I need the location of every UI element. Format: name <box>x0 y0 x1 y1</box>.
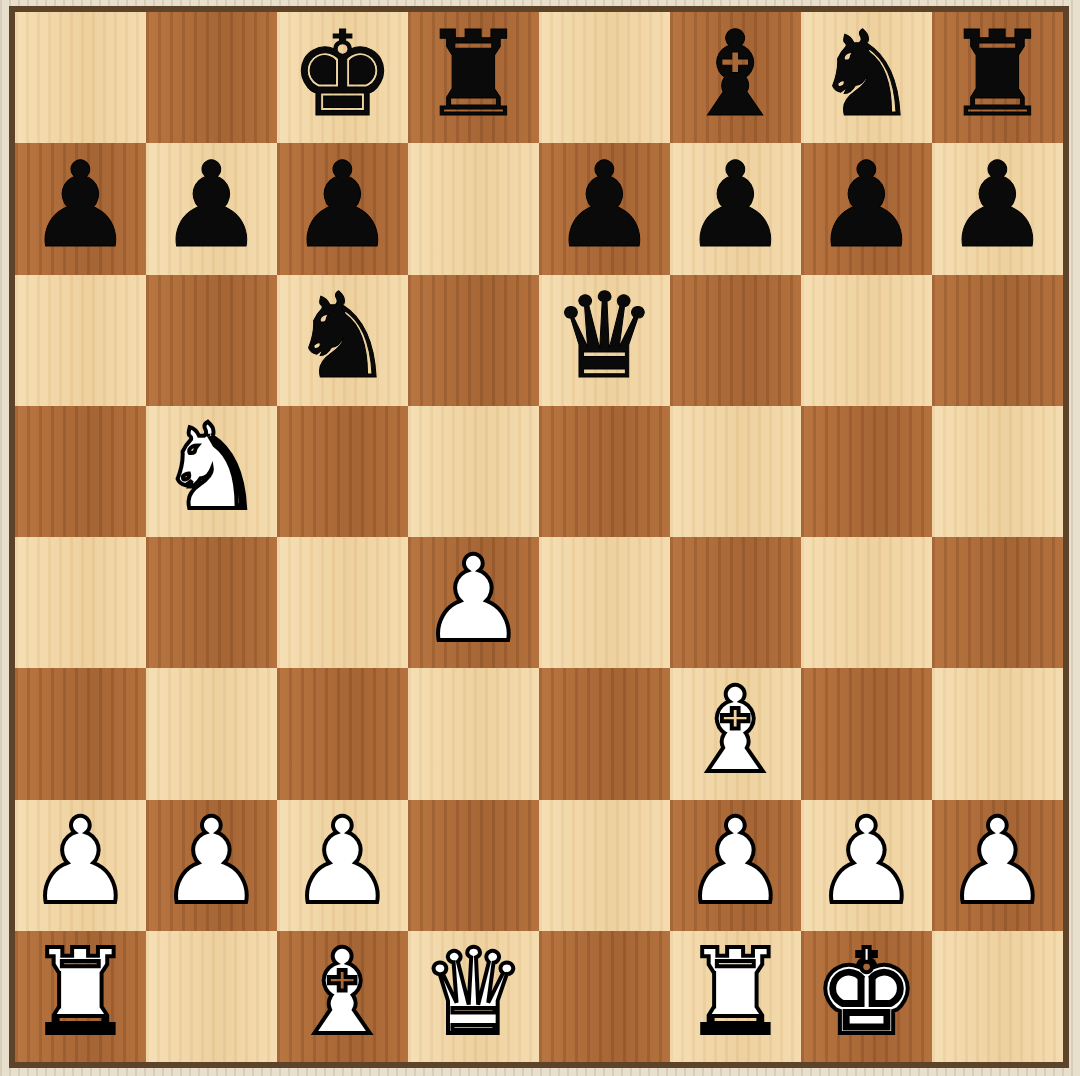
square-g5[interactable] <box>801 406 932 537</box>
square-b3[interactable] <box>146 668 277 799</box>
square-f1[interactable]: ♜ <box>670 931 801 1062</box>
square-e5[interactable] <box>539 406 670 537</box>
square-c1[interactable]: ♝ <box>277 931 408 1062</box>
square-b2[interactable]: ♟ <box>146 800 277 931</box>
square-f5[interactable] <box>670 406 801 537</box>
piece-white-rook[interactable]: ♜ <box>683 933 789 1051</box>
piece-black-rook[interactable]: ♜ <box>421 15 527 133</box>
piece-white-pawn[interactable]: ♟ <box>28 802 134 920</box>
chess-board: ♚♜♝♞♜♟♟♟♟♟♟♟♞♛♞♟♝♟♟♟♟♟♟♜♝♛♜♚ <box>15 12 1063 1062</box>
square-b8[interactable] <box>146 12 277 143</box>
square-h6[interactable] <box>932 275 1063 406</box>
square-d2[interactable] <box>408 800 539 931</box>
square-a2[interactable]: ♟ <box>15 800 146 931</box>
square-h7[interactable]: ♟ <box>932 143 1063 274</box>
square-h1[interactable] <box>932 931 1063 1062</box>
piece-black-pawn[interactable]: ♟ <box>552 146 658 264</box>
square-f3[interactable]: ♝ <box>670 668 801 799</box>
square-b6[interactable] <box>146 275 277 406</box>
square-d3[interactable] <box>408 668 539 799</box>
square-c6[interactable]: ♞ <box>277 275 408 406</box>
square-g4[interactable] <box>801 537 932 668</box>
square-g3[interactable] <box>801 668 932 799</box>
square-f2[interactable]: ♟ <box>670 800 801 931</box>
square-e6[interactable]: ♛ <box>539 275 670 406</box>
square-c3[interactable] <box>277 668 408 799</box>
square-c4[interactable] <box>277 537 408 668</box>
square-b4[interactable] <box>146 537 277 668</box>
piece-white-pawn[interactable]: ♟ <box>945 802 1051 920</box>
piece-white-bishop[interactable]: ♝ <box>683 671 789 789</box>
square-h8[interactable]: ♜ <box>932 12 1063 143</box>
piece-black-rook[interactable]: ♜ <box>945 15 1051 133</box>
square-e2[interactable] <box>539 800 670 931</box>
square-h5[interactable] <box>932 406 1063 537</box>
square-d6[interactable] <box>408 275 539 406</box>
piece-black-pawn[interactable]: ♟ <box>945 146 1051 264</box>
square-h3[interactable] <box>932 668 1063 799</box>
square-a5[interactable] <box>15 406 146 537</box>
piece-black-bishop[interactable]: ♝ <box>683 15 789 133</box>
square-e1[interactable] <box>539 931 670 1062</box>
piece-white-pawn[interactable]: ♟ <box>814 802 920 920</box>
piece-white-pawn[interactable]: ♟ <box>159 802 265 920</box>
square-a1[interactable]: ♜ <box>15 931 146 1062</box>
square-f4[interactable] <box>670 537 801 668</box>
square-c2[interactable]: ♟ <box>277 800 408 931</box>
square-b5[interactable]: ♞ <box>146 406 277 537</box>
piece-white-pawn[interactable]: ♟ <box>290 802 396 920</box>
square-e7[interactable]: ♟ <box>539 143 670 274</box>
square-g2[interactable]: ♟ <box>801 800 932 931</box>
piece-black-pawn[interactable]: ♟ <box>683 146 789 264</box>
piece-black-queen[interactable]: ♛ <box>552 277 658 395</box>
square-c7[interactable]: ♟ <box>277 143 408 274</box>
square-a3[interactable] <box>15 668 146 799</box>
piece-white-rook[interactable]: ♜ <box>28 933 134 1051</box>
square-e3[interactable] <box>539 668 670 799</box>
square-c5[interactable] <box>277 406 408 537</box>
piece-black-pawn[interactable]: ♟ <box>814 146 920 264</box>
piece-white-knight[interactable]: ♞ <box>159 408 265 526</box>
piece-white-bishop[interactable]: ♝ <box>290 933 396 1051</box>
piece-white-queen[interactable]: ♛ <box>421 933 527 1051</box>
square-g1[interactable]: ♚ <box>801 931 932 1062</box>
piece-black-pawn[interactable]: ♟ <box>159 146 265 264</box>
square-c8[interactable]: ♚ <box>277 12 408 143</box>
square-a4[interactable] <box>15 537 146 668</box>
piece-black-knight[interactable]: ♞ <box>814 15 920 133</box>
square-g6[interactable] <box>801 275 932 406</box>
square-d8[interactable]: ♜ <box>408 12 539 143</box>
square-a8[interactable] <box>15 12 146 143</box>
piece-black-king[interactable]: ♚ <box>290 15 396 133</box>
chess-board-frame: ♚♜♝♞♜♟♟♟♟♟♟♟♞♛♞♟♝♟♟♟♟♟♟♜♝♛♜♚ <box>9 6 1069 1068</box>
square-d4[interactable]: ♟ <box>408 537 539 668</box>
piece-white-pawn[interactable]: ♟ <box>421 540 527 658</box>
square-a6[interactable] <box>15 275 146 406</box>
square-a7[interactable]: ♟ <box>15 143 146 274</box>
square-f6[interactable] <box>670 275 801 406</box>
piece-black-knight[interactable]: ♞ <box>290 277 396 395</box>
square-e8[interactable] <box>539 12 670 143</box>
piece-white-king[interactable]: ♚ <box>814 933 920 1051</box>
square-b1[interactable] <box>146 931 277 1062</box>
square-f8[interactable]: ♝ <box>670 12 801 143</box>
piece-black-pawn[interactable]: ♟ <box>290 146 396 264</box>
square-e4[interactable] <box>539 537 670 668</box>
square-d5[interactable] <box>408 406 539 537</box>
piece-black-pawn[interactable]: ♟ <box>28 146 134 264</box>
piece-white-pawn[interactable]: ♟ <box>683 802 789 920</box>
square-d1[interactable]: ♛ <box>408 931 539 1062</box>
square-b7[interactable]: ♟ <box>146 143 277 274</box>
square-g8[interactable]: ♞ <box>801 12 932 143</box>
square-g7[interactable]: ♟ <box>801 143 932 274</box>
square-h4[interactable] <box>932 537 1063 668</box>
square-h2[interactable]: ♟ <box>932 800 1063 931</box>
square-f7[interactable]: ♟ <box>670 143 801 274</box>
square-d7[interactable] <box>408 143 539 274</box>
page-background: { "game": "chess", "position": { "fen": … <box>0 0 1080 1076</box>
